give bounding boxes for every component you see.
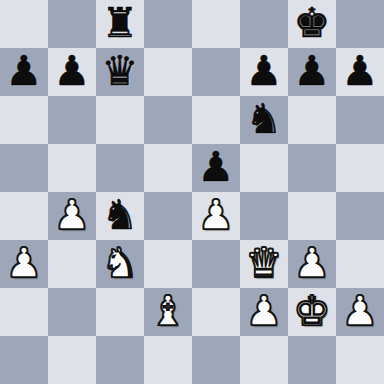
- square-c1[interactable]: [96, 336, 144, 384]
- square-g6[interactable]: [288, 96, 336, 144]
- square-a3[interactable]: ♟: [0, 240, 48, 288]
- square-e6[interactable]: [192, 96, 240, 144]
- piece-black-pawn[interactable]: ♟: [6, 47, 43, 95]
- square-b6[interactable]: [48, 96, 96, 144]
- square-e2[interactable]: [192, 288, 240, 336]
- piece-black-rook[interactable]: ♜: [102, 0, 139, 47]
- square-c7[interactable]: ♛: [96, 48, 144, 96]
- square-g2[interactable]: ♚: [288, 288, 336, 336]
- square-f3[interactable]: ♛: [240, 240, 288, 288]
- piece-white-pawn[interactable]: ♟: [198, 191, 235, 239]
- piece-white-bishop[interactable]: ♝: [150, 287, 187, 335]
- square-b2[interactable]: [48, 288, 96, 336]
- square-b3[interactable]: [48, 240, 96, 288]
- chess-board: ♜♚♟♟♛♟♟♟♞♟♟♞♟♟♞♛♟♝♟♚♟: [0, 0, 384, 384]
- square-f8[interactable]: [240, 0, 288, 48]
- square-e5[interactable]: ♟: [192, 144, 240, 192]
- square-e1[interactable]: [192, 336, 240, 384]
- square-b5[interactable]: [48, 144, 96, 192]
- square-h3[interactable]: [336, 240, 384, 288]
- piece-white-pawn[interactable]: ♟: [6, 239, 43, 287]
- square-b4[interactable]: ♟: [48, 192, 96, 240]
- square-a2[interactable]: [0, 288, 48, 336]
- square-g5[interactable]: [288, 144, 336, 192]
- square-f7[interactable]: ♟: [240, 48, 288, 96]
- square-b8[interactable]: [48, 0, 96, 48]
- square-d2[interactable]: ♝: [144, 288, 192, 336]
- piece-black-pawn[interactable]: ♟: [54, 47, 91, 95]
- piece-black-queen[interactable]: ♛: [102, 47, 139, 95]
- square-a7[interactable]: ♟: [0, 48, 48, 96]
- square-c2[interactable]: [96, 288, 144, 336]
- square-h5[interactable]: [336, 144, 384, 192]
- square-c3[interactable]: ♞: [96, 240, 144, 288]
- square-g4[interactable]: [288, 192, 336, 240]
- piece-black-knight[interactable]: ♞: [246, 95, 283, 143]
- square-f5[interactable]: [240, 144, 288, 192]
- piece-white-pawn[interactable]: ♟: [294, 239, 331, 287]
- square-a1[interactable]: [0, 336, 48, 384]
- piece-black-pawn[interactable]: ♟: [342, 47, 379, 95]
- square-c5[interactable]: [96, 144, 144, 192]
- square-h8[interactable]: [336, 0, 384, 48]
- square-g3[interactable]: ♟: [288, 240, 336, 288]
- piece-black-pawn[interactable]: ♟: [198, 143, 235, 191]
- piece-black-king[interactable]: ♚: [294, 0, 331, 47]
- square-c8[interactable]: ♜: [96, 0, 144, 48]
- square-e3[interactable]: [192, 240, 240, 288]
- square-a6[interactable]: [0, 96, 48, 144]
- square-h6[interactable]: [336, 96, 384, 144]
- square-f6[interactable]: ♞: [240, 96, 288, 144]
- square-d6[interactable]: [144, 96, 192, 144]
- square-e4[interactable]: ♟: [192, 192, 240, 240]
- square-e8[interactable]: [192, 0, 240, 48]
- square-b7[interactable]: ♟: [48, 48, 96, 96]
- piece-white-queen[interactable]: ♛: [246, 239, 283, 287]
- square-b1[interactable]: [48, 336, 96, 384]
- square-d1[interactable]: [144, 336, 192, 384]
- piece-white-king[interactable]: ♚: [294, 287, 331, 335]
- square-d7[interactable]: [144, 48, 192, 96]
- square-a8[interactable]: [0, 0, 48, 48]
- piece-black-pawn[interactable]: ♟: [246, 47, 283, 95]
- square-d8[interactable]: [144, 0, 192, 48]
- square-d3[interactable]: [144, 240, 192, 288]
- square-f1[interactable]: [240, 336, 288, 384]
- square-h2[interactable]: ♟: [336, 288, 384, 336]
- square-g1[interactable]: [288, 336, 336, 384]
- piece-white-pawn[interactable]: ♟: [246, 287, 283, 335]
- square-e7[interactable]: [192, 48, 240, 96]
- piece-white-knight[interactable]: ♞: [102, 239, 139, 287]
- piece-white-pawn[interactable]: ♟: [342, 287, 379, 335]
- square-a4[interactable]: [0, 192, 48, 240]
- square-h1[interactable]: [336, 336, 384, 384]
- square-d4[interactable]: [144, 192, 192, 240]
- square-g8[interactable]: ♚: [288, 0, 336, 48]
- square-h7[interactable]: ♟: [336, 48, 384, 96]
- piece-black-pawn[interactable]: ♟: [294, 47, 331, 95]
- square-d5[interactable]: [144, 144, 192, 192]
- piece-white-pawn[interactable]: ♟: [54, 191, 91, 239]
- square-c4[interactable]: ♞: [96, 192, 144, 240]
- square-g7[interactable]: ♟: [288, 48, 336, 96]
- square-f2[interactable]: ♟: [240, 288, 288, 336]
- square-f4[interactable]: [240, 192, 288, 240]
- square-h4[interactable]: [336, 192, 384, 240]
- piece-black-knight[interactable]: ♞: [102, 191, 139, 239]
- square-a5[interactable]: [0, 144, 48, 192]
- square-c6[interactable]: [96, 96, 144, 144]
